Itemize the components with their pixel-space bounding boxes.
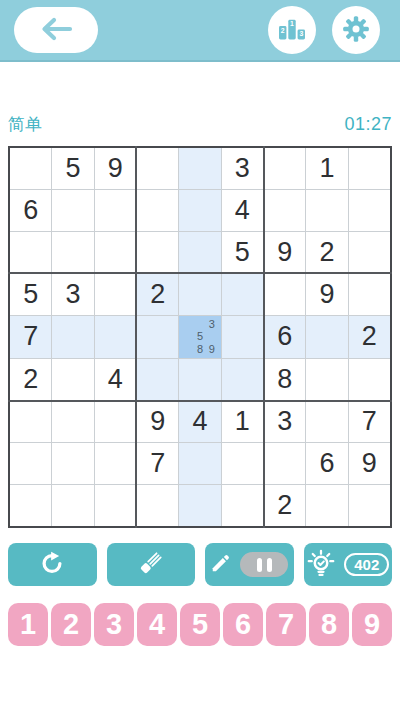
cell-r5c1[interactable]: 7 (10, 316, 51, 357)
arrow-left-icon (39, 16, 73, 45)
timer: 01:27 (344, 114, 392, 135)
cell-r1c1[interactable] (10, 148, 51, 189)
cell-r9c4[interactable] (137, 485, 178, 526)
cell-r8c5[interactable] (179, 443, 220, 484)
cell-r4c4[interactable]: 2 (137, 274, 178, 315)
cell-r3c8[interactable]: 2 (306, 232, 347, 273)
cell-r7c1[interactable] (10, 401, 51, 442)
cell-r7c2[interactable] (52, 401, 93, 442)
cell-r1c3[interactable]: 9 (95, 148, 136, 189)
leaderboard-button[interactable]: 2 1 3 (268, 6, 316, 54)
cell-r1c9[interactable] (349, 148, 390, 189)
cell-r6c2[interactable] (52, 359, 93, 400)
cell-r7c7[interactable]: 3 (264, 401, 305, 442)
cell-r5c8[interactable] (306, 316, 347, 357)
sudoku-app: 2 1 3 (0, 0, 400, 711)
numpad-6[interactable]: 6 (223, 603, 263, 646)
hint-count-badge: 402 (344, 553, 389, 576)
cell-r9c6[interactable] (222, 485, 263, 526)
cell-r2c9[interactable] (349, 190, 390, 231)
cell-r3c1[interactable] (10, 232, 51, 273)
cell-r1c2[interactable]: 5 (52, 148, 93, 189)
cell-r9c1[interactable] (10, 485, 51, 526)
cell-r5c6[interactable] (222, 316, 263, 357)
eraser-icon (138, 550, 164, 579)
toolbar: 402 (8, 543, 392, 586)
cell-r6c7[interactable]: 8 (264, 359, 305, 400)
top-bar: 2 1 3 (0, 0, 400, 62)
cell-r4c9[interactable] (349, 274, 390, 315)
cell-r2c1[interactable]: 6 (10, 190, 51, 231)
pencil-notes: 3589 (179, 316, 220, 357)
cell-r9c7[interactable]: 2 (264, 485, 305, 526)
cell-r2c5[interactable] (179, 190, 220, 231)
cell-r6c4[interactable] (137, 359, 178, 400)
cell-r3c6[interactable]: 5 (222, 232, 263, 273)
cell-r8c6[interactable] (222, 443, 263, 484)
cell-r3c5[interactable] (179, 232, 220, 273)
cell-r2c7[interactable] (264, 190, 305, 231)
cell-r3c3[interactable] (95, 232, 136, 273)
cell-r5c3[interactable] (95, 316, 136, 357)
svg-text:2: 2 (281, 26, 285, 33)
pencil-icon (210, 552, 232, 577)
cell-r7c9[interactable]: 7 (349, 401, 390, 442)
cell-r8c8[interactable]: 6 (306, 443, 347, 484)
cell-r6c8[interactable] (306, 359, 347, 400)
numpad-5[interactable]: 5 (180, 603, 220, 646)
cell-r7c5[interactable]: 4 (179, 401, 220, 442)
sudoku-grid: 59316459253297358962248941377692 (8, 146, 392, 528)
cell-r2c4[interactable] (137, 190, 178, 231)
cell-r1c6[interactable]: 3 (222, 148, 263, 189)
cell-r9c9[interactable] (349, 485, 390, 526)
cell-r7c3[interactable] (95, 401, 136, 442)
cell-r4c7[interactable] (264, 274, 305, 315)
cell-r8c2[interactable] (52, 443, 93, 484)
cell-r1c4[interactable] (137, 148, 178, 189)
cell-r3c9[interactable] (349, 232, 390, 273)
cell-r6c9[interactable] (349, 359, 390, 400)
erase-button[interactable] (107, 543, 196, 586)
back-button[interactable] (14, 7, 98, 53)
cell-r5c9[interactable]: 2 (349, 316, 390, 357)
cell-r4c6[interactable] (222, 274, 263, 315)
numpad-1[interactable]: 1 (8, 603, 48, 646)
cell-r2c6[interactable]: 4 (222, 190, 263, 231)
svg-text:3: 3 (299, 30, 303, 37)
cell-r1c8[interactable]: 1 (306, 148, 347, 189)
cell-r8c1[interactable] (10, 443, 51, 484)
cell-r4c1[interactable]: 5 (10, 274, 51, 315)
cell-r4c2[interactable]: 3 (52, 274, 93, 315)
cell-r5c2[interactable] (52, 316, 93, 357)
cell-r3c7[interactable]: 9 (264, 232, 305, 273)
cell-r2c3[interactable] (95, 190, 136, 231)
numpad-4[interactable]: 4 (137, 603, 177, 646)
cell-r5c4[interactable] (137, 316, 178, 357)
settings-button[interactable] (332, 6, 380, 54)
cell-r3c4[interactable] (137, 232, 178, 273)
numpad-8[interactable]: 8 (309, 603, 349, 646)
cell-r9c5[interactable] (179, 485, 220, 526)
sudoku-board: 59316459253297358962248941377692 (8, 146, 392, 528)
cell-r1c7[interactable] (264, 148, 305, 189)
cell-r7c6[interactable]: 1 (222, 401, 263, 442)
cell-r7c4[interactable]: 9 (137, 401, 178, 442)
cell-r9c8[interactable] (306, 485, 347, 526)
podium-icon: 2 1 3 (277, 16, 307, 45)
cell-r8c4[interactable]: 7 (137, 443, 178, 484)
lightbulb-icon (306, 548, 336, 581)
cell-r8c7[interactable] (264, 443, 305, 484)
restart-button[interactable] (8, 543, 97, 586)
cell-r1c5[interactable] (179, 148, 220, 189)
svg-text:1: 1 (290, 20, 294, 27)
numpad-9[interactable]: 9 (352, 603, 392, 646)
numpad-2[interactable]: 2 (51, 603, 91, 646)
pencil-toggle-switch[interactable] (240, 552, 288, 577)
cell-r6c5[interactable] (179, 359, 220, 400)
cell-r5c5[interactable]: 3589 (179, 316, 220, 357)
status-row: 简单 01:27 (8, 112, 392, 136)
cell-r3c2[interactable] (52, 232, 93, 273)
cell-r8c3[interactable] (95, 443, 136, 484)
cell-r6c1[interactable]: 2 (10, 359, 51, 400)
cell-r4c5[interactable] (179, 274, 220, 315)
pencil-mode-button[interactable] (205, 543, 294, 586)
cell-r2c2[interactable] (52, 190, 93, 231)
cell-r4c8[interactable]: 9 (306, 274, 347, 315)
cell-r7c8[interactable] (306, 401, 347, 442)
cell-r6c6[interactable] (222, 359, 263, 400)
cell-r5c7[interactable]: 6 (264, 316, 305, 357)
cell-r9c3[interactable] (95, 485, 136, 526)
hint-button[interactable]: 402 (304, 543, 393, 586)
cell-r2c8[interactable] (306, 190, 347, 231)
cell-r9c2[interactable] (52, 485, 93, 526)
number-pad: 123456789 (8, 603, 392, 646)
numpad-7[interactable]: 7 (266, 603, 306, 646)
restart-icon (39, 550, 65, 579)
cell-r8c9[interactable]: 9 (349, 443, 390, 484)
numpad-3[interactable]: 3 (94, 603, 134, 646)
gear-icon (342, 15, 370, 46)
cell-r4c3[interactable] (95, 274, 136, 315)
cell-r6c3[interactable]: 4 (95, 359, 136, 400)
difficulty-label: 简单 (8, 113, 42, 136)
